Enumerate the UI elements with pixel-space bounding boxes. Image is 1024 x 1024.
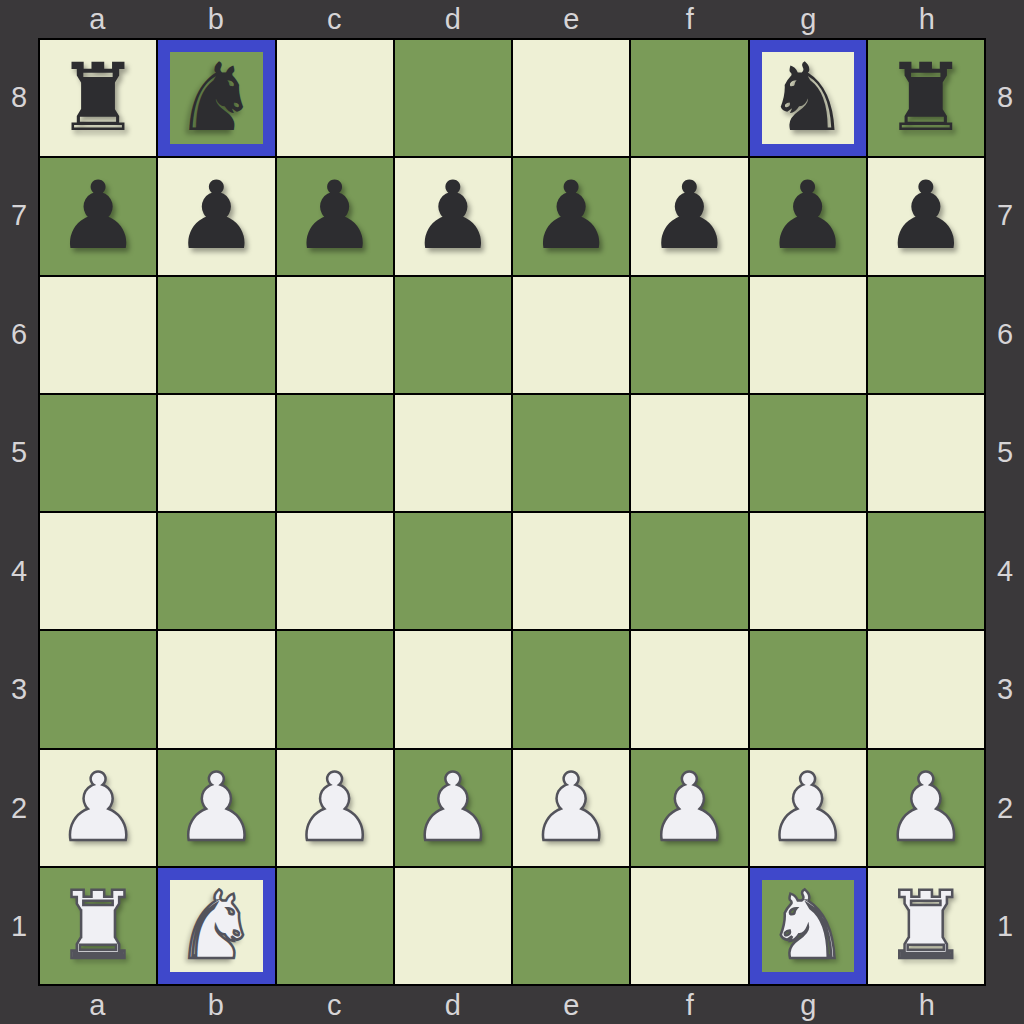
square-b6[interactable]: [158, 277, 274, 393]
square-d5[interactable]: [395, 395, 511, 511]
square-d7[interactable]: ♟: [395, 158, 511, 274]
black-pawn[interactable]: ♟: [292, 169, 376, 263]
rank-label-1: 1: [0, 868, 38, 987]
rank-label-6: 6: [986, 275, 1024, 394]
black-pawn[interactable]: ♟: [174, 169, 258, 263]
rank-label-5: 5: [986, 394, 1024, 513]
file-label-d: d: [394, 0, 513, 38]
square-a6[interactable]: [40, 277, 156, 393]
board-frame: abcdefgh abcdefgh 87654321 87654321 ♜♞♞♜…: [0, 0, 1024, 1024]
white-pawn[interactable]: ♟: [884, 761, 968, 855]
square-h2[interactable]: ♟: [868, 750, 984, 866]
square-c1[interactable]: [277, 868, 393, 984]
rank-label-2: 2: [986, 749, 1024, 868]
square-f1[interactable]: [631, 868, 747, 984]
file-label-b: b: [157, 986, 276, 1024]
square-b7[interactable]: ♟: [158, 158, 274, 274]
square-b3[interactable]: [158, 631, 274, 747]
file-label-a: a: [38, 0, 157, 38]
square-d3[interactable]: [395, 631, 511, 747]
square-f7[interactable]: ♟: [631, 158, 747, 274]
rank-label-6: 6: [0, 275, 38, 394]
square-c7[interactable]: ♟: [277, 158, 393, 274]
square-f5[interactable]: [631, 395, 747, 511]
black-rook[interactable]: ♜: [884, 51, 968, 145]
square-e3[interactable]: [513, 631, 629, 747]
white-knight[interactable]: ♞: [174, 879, 258, 973]
black-pawn[interactable]: ♟: [765, 169, 849, 263]
square-e2[interactable]: ♟: [513, 750, 629, 866]
white-knight[interactable]: ♞: [765, 879, 849, 973]
rank-label-4: 4: [986, 512, 1024, 631]
chess-board: ♜♞♞♜♟♟♟♟♟♟♟♟♟♟♟♟♟♟♟♟♜♞♞♜: [38, 38, 986, 986]
square-g4[interactable]: [750, 513, 866, 629]
square-c3[interactable]: [277, 631, 393, 747]
rank-labels-right: 87654321: [986, 38, 1024, 986]
white-pawn[interactable]: ♟: [647, 761, 731, 855]
rank-label-3: 3: [0, 631, 38, 750]
white-pawn[interactable]: ♟: [56, 761, 140, 855]
square-a4[interactable]: [40, 513, 156, 629]
square-c5[interactable]: [277, 395, 393, 511]
white-pawn[interactable]: ♟: [529, 761, 613, 855]
square-c8[interactable]: [277, 40, 393, 156]
rank-label-8: 8: [986, 38, 1024, 157]
square-h1[interactable]: ♜: [868, 868, 984, 984]
white-rook[interactable]: ♜: [884, 879, 968, 973]
square-a7[interactable]: ♟: [40, 158, 156, 274]
square-d1[interactable]: [395, 868, 511, 984]
square-c2[interactable]: ♟: [277, 750, 393, 866]
rank-label-4: 4: [0, 512, 38, 631]
square-g8[interactable]: ♞: [750, 40, 866, 156]
square-f8[interactable]: [631, 40, 747, 156]
square-a5[interactable]: [40, 395, 156, 511]
square-g5[interactable]: [750, 395, 866, 511]
black-pawn[interactable]: ♟: [411, 169, 495, 263]
square-e6[interactable]: [513, 277, 629, 393]
square-b5[interactable]: [158, 395, 274, 511]
file-label-f: f: [631, 986, 750, 1024]
square-h3[interactable]: [868, 631, 984, 747]
square-c6[interactable]: [277, 277, 393, 393]
rank-label-1: 1: [986, 868, 1024, 987]
white-pawn[interactable]: ♟: [292, 761, 376, 855]
square-e7[interactable]: ♟: [513, 158, 629, 274]
rank-label-5: 5: [0, 394, 38, 513]
square-h7[interactable]: ♟: [868, 158, 984, 274]
square-f6[interactable]: [631, 277, 747, 393]
black-rook[interactable]: ♜: [56, 51, 140, 145]
white-pawn[interactable]: ♟: [174, 761, 258, 855]
square-a1[interactable]: ♜: [40, 868, 156, 984]
file-label-g: g: [749, 0, 868, 38]
rank-label-3: 3: [986, 631, 1024, 750]
square-b8[interactable]: ♞: [158, 40, 274, 156]
square-g3[interactable]: [750, 631, 866, 747]
file-label-f: f: [631, 0, 750, 38]
square-c4[interactable]: [277, 513, 393, 629]
file-label-c: c: [275, 986, 394, 1024]
black-pawn[interactable]: ♟: [56, 169, 140, 263]
white-rook[interactable]: ♜: [56, 879, 140, 973]
square-b1[interactable]: ♞: [158, 868, 274, 984]
square-h5[interactable]: [868, 395, 984, 511]
square-f3[interactable]: [631, 631, 747, 747]
square-e5[interactable]: [513, 395, 629, 511]
square-a2[interactable]: ♟: [40, 750, 156, 866]
file-label-e: e: [512, 0, 631, 38]
black-knight[interactable]: ♞: [174, 51, 258, 145]
black-pawn[interactable]: ♟: [529, 169, 613, 263]
square-h4[interactable]: [868, 513, 984, 629]
square-f2[interactable]: ♟: [631, 750, 747, 866]
file-label-c: c: [275, 0, 394, 38]
white-pawn[interactable]: ♟: [411, 761, 495, 855]
square-g2[interactable]: ♟: [750, 750, 866, 866]
square-e4[interactable]: [513, 513, 629, 629]
square-d8[interactable]: [395, 40, 511, 156]
square-a3[interactable]: [40, 631, 156, 747]
file-label-d: d: [394, 986, 513, 1024]
rank-labels-left: 87654321: [0, 38, 38, 986]
square-f4[interactable]: [631, 513, 747, 629]
square-h6[interactable]: [868, 277, 984, 393]
square-a8[interactable]: ♜: [40, 40, 156, 156]
file-label-h: h: [868, 0, 987, 38]
square-b4[interactable]: [158, 513, 274, 629]
square-h8[interactable]: ♜: [868, 40, 984, 156]
file-label-h: h: [868, 986, 987, 1024]
file-label-a: a: [38, 986, 157, 1024]
file-label-g: g: [749, 986, 868, 1024]
white-pawn[interactable]: ♟: [765, 761, 849, 855]
black-knight[interactable]: ♞: [765, 51, 849, 145]
square-d6[interactable]: [395, 277, 511, 393]
square-e8[interactable]: [513, 40, 629, 156]
file-label-b: b: [157, 0, 276, 38]
square-d4[interactable]: [395, 513, 511, 629]
file-labels-bottom: abcdefgh: [38, 986, 986, 1024]
square-d2[interactable]: ♟: [395, 750, 511, 866]
rank-label-2: 2: [0, 749, 38, 868]
square-g6[interactable]: [750, 277, 866, 393]
black-pawn[interactable]: ♟: [647, 169, 731, 263]
square-g7[interactable]: ♟: [750, 158, 866, 274]
file-labels-top: abcdefgh: [38, 0, 986, 38]
rank-label-8: 8: [0, 38, 38, 157]
rank-label-7: 7: [0, 157, 38, 276]
square-e1[interactable]: [513, 868, 629, 984]
black-pawn[interactable]: ♟: [884, 169, 968, 263]
rank-label-7: 7: [986, 157, 1024, 276]
square-g1[interactable]: ♞: [750, 868, 866, 984]
file-label-e: e: [512, 986, 631, 1024]
square-b2[interactable]: ♟: [158, 750, 274, 866]
